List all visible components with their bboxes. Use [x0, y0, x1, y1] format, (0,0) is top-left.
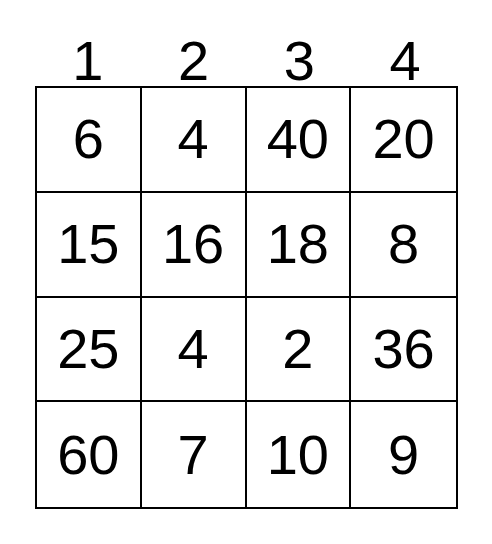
cell-r1-c3[interactable]: 40 [247, 88, 352, 193]
column-header-3: 3 [284, 33, 315, 89]
cell-r3-c1[interactable]: 25 [37, 298, 142, 403]
cell-r2-c3[interactable]: 18 [247, 193, 352, 298]
cell-r4-c1[interactable]: 60 [37, 402, 142, 507]
puzzle-page: 1 2 3 4 6 4 40 20 15 16 18 8 25 4 2 36 6… [0, 0, 492, 544]
cell-r4-c4[interactable]: 9 [351, 402, 456, 507]
cell-r2-c4[interactable]: 8 [351, 193, 456, 298]
cell-r1-c4[interactable]: 20 [351, 88, 456, 193]
cell-r2-c2[interactable]: 16 [142, 193, 247, 298]
cell-r4-c3[interactable]: 10 [247, 402, 352, 507]
cell-r3-c4[interactable]: 36 [351, 298, 456, 403]
column-header-2: 2 [178, 33, 209, 89]
board: 6 4 40 20 15 16 18 8 25 4 2 36 60 7 10 9 [35, 86, 458, 509]
cell-r3-c2[interactable]: 4 [142, 298, 247, 403]
cell-r2-c1[interactable]: 15 [37, 193, 142, 298]
cell-r1-c1[interactable]: 6 [37, 88, 142, 193]
column-header-4: 4 [390, 33, 421, 89]
cell-r4-c2[interactable]: 7 [142, 402, 247, 507]
cell-r1-c2[interactable]: 4 [142, 88, 247, 193]
column-headers: 1 2 3 4 [35, 0, 458, 86]
column-header-1: 1 [72, 33, 103, 89]
cell-r3-c3[interactable]: 2 [247, 298, 352, 403]
